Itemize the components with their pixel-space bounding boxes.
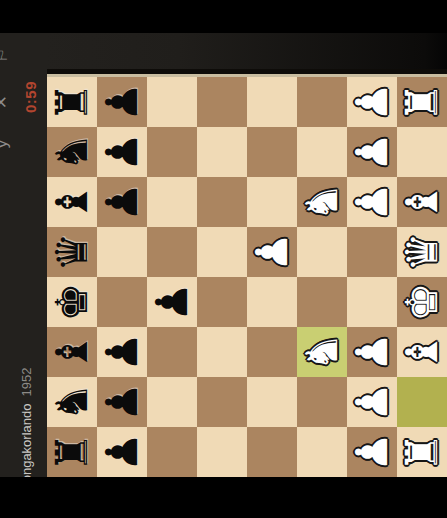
square-h6[interactable] bbox=[147, 77, 197, 127]
board-edge bbox=[47, 69, 447, 77]
square-c3[interactable]: ♞ bbox=[297, 327, 347, 377]
top-bezel bbox=[0, 0, 447, 33]
square-f2[interactable]: ♟ bbox=[347, 177, 397, 227]
square-c2[interactable]: ♟ bbox=[347, 327, 397, 377]
player-rating: 1952 bbox=[19, 368, 34, 397]
piece-black-pawn[interactable]: ♟ bbox=[147, 277, 197, 327]
square-a1[interactable]: ♜ bbox=[397, 427, 447, 477]
square-d8[interactable]: ♚ bbox=[47, 277, 97, 327]
square-d3[interactable] bbox=[297, 277, 347, 327]
square-d6[interactable]: ♟ bbox=[147, 277, 197, 327]
piece-white-pawn[interactable]: ♟ bbox=[347, 327, 397, 377]
piece-black-pawn[interactable]: ♟ bbox=[97, 127, 147, 177]
square-c6[interactable] bbox=[147, 327, 197, 377]
square-g7[interactable]: ♟ bbox=[97, 127, 147, 177]
square-h3[interactable] bbox=[297, 77, 347, 127]
square-f5[interactable] bbox=[197, 177, 247, 227]
square-g8[interactable]: ♞ bbox=[47, 127, 97, 177]
square-a3[interactable] bbox=[297, 427, 347, 477]
square-g1[interactable] bbox=[397, 127, 447, 177]
piece-white-pawn[interactable]: ♟ bbox=[247, 227, 297, 277]
square-h1[interactable]: ♜ bbox=[397, 77, 447, 127]
opponent-clock: 0:59 bbox=[22, 65, 39, 113]
square-b1[interactable] bbox=[397, 377, 447, 427]
square-b2[interactable]: ♟ bbox=[347, 377, 397, 427]
piece-black-pawn[interactable]: ♟ bbox=[97, 427, 147, 477]
piece-black-pawn[interactable]: ♟ bbox=[97, 377, 147, 427]
square-e7[interactable] bbox=[97, 227, 147, 277]
piece-white-pawn[interactable]: ♟ bbox=[347, 177, 397, 227]
piece-white-rook[interactable]: ♜ bbox=[397, 77, 447, 127]
square-h4[interactable] bbox=[247, 77, 297, 127]
square-d2[interactable] bbox=[347, 277, 397, 327]
square-f1[interactable]: ♝ bbox=[397, 177, 447, 227]
square-e8[interactable]: ♛ bbox=[47, 227, 97, 277]
square-a7[interactable]: ♟ bbox=[97, 427, 147, 477]
square-e1[interactable]: ♛ bbox=[397, 227, 447, 277]
bottom-bezel bbox=[0, 477, 447, 518]
square-g2[interactable]: ♟ bbox=[347, 127, 397, 177]
square-b8[interactable]: ♞ bbox=[47, 377, 97, 427]
square-f7[interactable]: ♟ bbox=[97, 177, 147, 227]
piece-white-pawn[interactable]: ♟ bbox=[347, 377, 397, 427]
piece-black-knight[interactable]: ♞ bbox=[47, 377, 97, 427]
square-g3[interactable] bbox=[297, 127, 347, 177]
square-f3[interactable]: ♞ bbox=[297, 177, 347, 227]
piece-black-pawn[interactable]: ♟ bbox=[97, 327, 147, 377]
square-d1[interactable]: ♚ bbox=[397, 277, 447, 327]
square-e3[interactable] bbox=[297, 227, 347, 277]
piece-white-king[interactable]: ♚ bbox=[397, 277, 447, 327]
square-a6[interactable] bbox=[147, 427, 197, 477]
piece-black-pawn[interactable]: ♟ bbox=[97, 77, 147, 127]
square-e4[interactable]: ♟ bbox=[247, 227, 297, 277]
square-b5[interactable] bbox=[197, 377, 247, 427]
piece-white-pawn[interactable]: ♟ bbox=[347, 77, 397, 127]
hook-icon[interactable]: y bbox=[0, 133, 13, 155]
piece-black-queen[interactable]: ♛ bbox=[47, 227, 97, 277]
close-icon[interactable]: ✕ bbox=[0, 91, 13, 113]
piece-black-king[interactable]: ♚ bbox=[47, 277, 97, 327]
piece-black-knight[interactable]: ♞ bbox=[47, 127, 97, 177]
square-a2[interactable]: ♟ bbox=[347, 427, 397, 477]
screen: ⚐ ✕ y 0:59 #2dongakorlando1952 ♜♟♟♜♞♟♟♝♟… bbox=[0, 0, 447, 518]
square-d4[interactable] bbox=[247, 277, 297, 327]
square-b7[interactable]: ♟ bbox=[97, 377, 147, 427]
square-e6[interactable] bbox=[147, 227, 197, 277]
square-g6[interactable] bbox=[147, 127, 197, 177]
square-a4[interactable] bbox=[247, 427, 297, 477]
square-h7[interactable]: ♟ bbox=[97, 77, 147, 127]
square-c5[interactable] bbox=[197, 327, 247, 377]
flag-icon[interactable]: ⚐ bbox=[0, 44, 13, 66]
square-h2[interactable]: ♟ bbox=[347, 77, 397, 127]
square-e2[interactable] bbox=[347, 227, 397, 277]
piece-black-bishop[interactable]: ♝ bbox=[47, 177, 97, 227]
square-b3[interactable] bbox=[297, 377, 347, 427]
square-b4[interactable] bbox=[247, 377, 297, 427]
square-d5[interactable] bbox=[197, 277, 247, 327]
square-e5[interactable] bbox=[197, 227, 247, 277]
piece-black-rook[interactable]: ♜ bbox=[47, 77, 97, 127]
square-f8[interactable]: ♝ bbox=[47, 177, 97, 227]
square-g4[interactable] bbox=[247, 127, 297, 177]
piece-white-rook[interactable]: ♜ bbox=[397, 427, 447, 477]
piece-white-pawn[interactable]: ♟ bbox=[347, 427, 397, 477]
square-h5[interactable] bbox=[197, 77, 247, 127]
piece-black-bishop[interactable]: ♝ bbox=[47, 327, 97, 377]
piece-black-pawn[interactable]: ♟ bbox=[97, 177, 147, 227]
piece-white-knight[interactable]: ♞ bbox=[297, 177, 347, 227]
piece-white-pawn[interactable]: ♟ bbox=[347, 127, 397, 177]
board: ♜♟♟♜♞♟♟♝♟♞♟♝♛♟♛♚♟♚♝♟♞♟♝♞♟♟♜♟♟♜ bbox=[47, 77, 447, 477]
piece-white-bishop[interactable]: ♝ bbox=[397, 327, 447, 377]
square-g5[interactable] bbox=[197, 127, 247, 177]
square-f4[interactable] bbox=[247, 177, 297, 227]
piece-white-queen[interactable]: ♛ bbox=[397, 227, 447, 277]
square-d7[interactable] bbox=[97, 277, 147, 327]
square-c1[interactable]: ♝ bbox=[397, 327, 447, 377]
square-c7[interactable]: ♟ bbox=[97, 327, 147, 377]
piece-black-rook[interactable]: ♜ bbox=[47, 427, 97, 477]
square-a5[interactable] bbox=[197, 427, 247, 477]
top-panel bbox=[0, 33, 447, 72]
square-a8[interactable]: ♜ bbox=[47, 427, 97, 477]
square-f6[interactable] bbox=[147, 177, 197, 227]
square-b6[interactable] bbox=[147, 377, 197, 427]
square-c8[interactable]: ♝ bbox=[47, 327, 97, 377]
square-c4[interactable] bbox=[247, 327, 297, 377]
square-h8[interactable]: ♜ bbox=[47, 77, 97, 127]
piece-white-knight[interactable]: ♞ bbox=[297, 327, 347, 377]
piece-white-bishop[interactable]: ♝ bbox=[397, 177, 447, 227]
